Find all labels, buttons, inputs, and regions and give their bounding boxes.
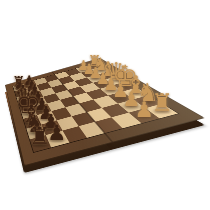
- chess-set-photo: ♜♞♝♛♚♝♞♜♟♟♟♟♟♟♟♟♟♟♟♟♟♟♟♟♜♞♝♛♚♝♞♜: [0, 0, 210, 210]
- board-grid: [12, 62, 179, 153]
